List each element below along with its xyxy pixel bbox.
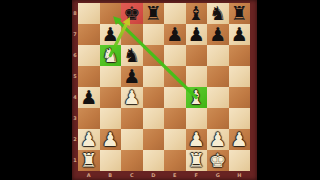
square-e3[interactable] [164,108,186,129]
square-g3[interactable] [207,108,229,129]
square-h2[interactable]: ♟ [229,129,251,150]
square-f2[interactable]: ♟ [186,129,208,150]
square-d8[interactable]: ♜ [143,3,165,24]
piece-black-pawn-g7[interactable]: ♟ [209,25,226,44]
board-frame: 87654321 ♚♜♝♞♜♟♟♟♟♟♞♞♟♟♟♝♟♟♟♟♟♜♜♚ abcdef… [72,0,257,180]
piece-white-king-g1[interactable]: ♚ [209,151,226,170]
square-f3[interactable] [186,108,208,129]
square-c6[interactable]: ♞ [121,45,143,66]
square-h7[interactable]: ♟ [229,24,251,45]
square-a4[interactable]: ♟ [78,87,100,108]
piece-black-pawn-b7[interactable]: ♟ [102,25,119,44]
file-label-g: g [207,171,229,180]
piece-black-pawn-f7[interactable]: ♟ [188,25,205,44]
square-b2[interactable]: ♟ [100,129,122,150]
piece-black-knight-g8[interactable]: ♞ [209,4,226,23]
square-h1[interactable] [229,150,251,171]
square-e4[interactable] [164,87,186,108]
square-f8[interactable]: ♝ [186,3,208,24]
square-a1[interactable]: ♜ [78,150,100,171]
piece-white-rook-f1[interactable]: ♜ [188,151,205,170]
piece-black-king-c8[interactable]: ♚ [123,4,140,23]
square-b7[interactable]: ♟ [100,24,122,45]
piece-black-rook-h8[interactable]: ♜ [231,4,248,23]
piece-black-pawn-a4[interactable]: ♟ [80,88,97,107]
piece-black-pawn-c5[interactable]: ♟ [123,67,140,86]
square-e6[interactable] [164,45,186,66]
square-f6[interactable] [186,45,208,66]
square-a8[interactable] [78,3,100,24]
square-d2[interactable] [143,129,165,150]
square-a7[interactable] [78,24,100,45]
file-label-c: c [121,171,143,180]
square-c8[interactable]: ♚ [121,3,143,24]
square-f7[interactable]: ♟ [186,24,208,45]
square-g8[interactable]: ♞ [207,3,229,24]
piece-white-bishop-f4[interactable]: ♝ [188,88,205,107]
square-g6[interactable] [207,45,229,66]
square-b5[interactable] [100,66,122,87]
video-frame: 87654321 ♚♜♝♞♜♟♟♟♟♟♞♞♟♟♟♝♟♟♟♟♟♜♜♚ abcdef… [0,0,320,180]
square-c5[interactable]: ♟ [121,66,143,87]
piece-white-pawn-h2[interactable]: ♟ [231,130,248,149]
square-d3[interactable] [143,108,165,129]
square-f5[interactable] [186,66,208,87]
file-label-h: h [229,171,251,180]
square-h3[interactable] [229,108,251,129]
square-c4[interactable]: ♟ [121,87,143,108]
square-d1[interactable] [143,150,165,171]
square-d7[interactable] [143,24,165,45]
piece-white-pawn-c4[interactable]: ♟ [123,88,140,107]
square-e5[interactable] [164,66,186,87]
piece-white-pawn-g2[interactable]: ♟ [209,130,226,149]
square-c3[interactable] [121,108,143,129]
square-g2[interactable]: ♟ [207,129,229,150]
piece-white-pawn-f2[interactable]: ♟ [188,130,205,149]
square-a3[interactable] [78,108,100,129]
piece-black-knight-c6[interactable]: ♞ [123,46,140,65]
square-b3[interactable] [100,108,122,129]
square-b1[interactable] [100,150,122,171]
piece-black-pawn-e7[interactable]: ♟ [166,25,183,44]
square-a6[interactable] [78,45,100,66]
square-g4[interactable] [207,87,229,108]
square-g1[interactable]: ♚ [207,150,229,171]
square-b8[interactable] [100,3,122,24]
square-h5[interactable] [229,66,251,87]
file-label-f: f [186,171,208,180]
square-e8[interactable] [164,3,186,24]
piece-white-knight-b6[interactable]: ♞ [102,46,119,65]
square-d4[interactable] [143,87,165,108]
piece-white-pawn-a2[interactable]: ♟ [80,130,97,149]
file-label-b: b [100,171,122,180]
square-h8[interactable]: ♜ [229,3,251,24]
square-f1[interactable]: ♜ [186,150,208,171]
square-c7[interactable] [121,24,143,45]
square-g7[interactable]: ♟ [207,24,229,45]
square-a5[interactable] [78,66,100,87]
square-e1[interactable] [164,150,186,171]
piece-white-pawn-b2[interactable]: ♟ [102,130,119,149]
square-f4[interactable]: ♝ [186,87,208,108]
piece-black-pawn-h7[interactable]: ♟ [231,25,248,44]
square-g5[interactable] [207,66,229,87]
square-e2[interactable] [164,129,186,150]
file-label-e: e [164,171,186,180]
chess-board[interactable]: ♚♜♝♞♜♟♟♟♟♟♞♞♟♟♟♝♟♟♟♟♟♜♜♚ [78,3,250,171]
square-a2[interactable]: ♟ [78,129,100,150]
square-e7[interactable]: ♟ [164,24,186,45]
file-labels: abcdefgh [78,171,250,180]
square-h6[interactable] [229,45,251,66]
square-b4[interactable] [100,87,122,108]
square-d6[interactable] [143,45,165,66]
piece-black-bishop-f8[interactable]: ♝ [188,4,205,23]
file-label-d: d [143,171,165,180]
square-c2[interactable] [121,129,143,150]
piece-black-rook-d8[interactable]: ♜ [145,4,162,23]
square-b6[interactable]: ♞ [100,45,122,66]
square-c1[interactable] [121,150,143,171]
file-label-a: a [78,171,100,180]
square-d5[interactable] [143,66,165,87]
square-h4[interactable] [229,87,251,108]
piece-white-rook-a1[interactable]: ♜ [80,151,97,170]
